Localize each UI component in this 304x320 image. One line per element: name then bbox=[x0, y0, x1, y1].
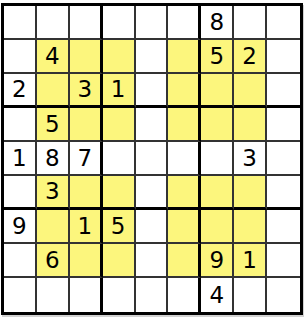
cell-r9c5[interactable] bbox=[136, 278, 169, 312]
cell-r9c9[interactable] bbox=[267, 278, 300, 312]
cell-r6c3[interactable] bbox=[70, 176, 103, 210]
cell-r4c2[interactable]: 5 bbox=[37, 108, 70, 142]
sudoku-board: 84522315187339156914 bbox=[1, 3, 303, 315]
cell-r7c6[interactable] bbox=[168, 210, 201, 244]
cell-r7c3[interactable]: 1 bbox=[70, 210, 103, 244]
cell-r1c4[interactable] bbox=[103, 6, 136, 40]
cell-r5c6[interactable] bbox=[168, 142, 201, 176]
cell-r5c5[interactable] bbox=[136, 142, 169, 176]
cell-r4c4[interactable] bbox=[103, 108, 136, 142]
cell-r5c2[interactable]: 8 bbox=[37, 142, 70, 176]
cell-r6c5[interactable] bbox=[136, 176, 169, 210]
cell-r1c3[interactable] bbox=[70, 6, 103, 40]
cell-r3c8[interactable] bbox=[234, 74, 267, 108]
cell-r5c1[interactable]: 1 bbox=[4, 142, 37, 176]
cell-r4c6[interactable] bbox=[168, 108, 201, 142]
cell-r2c6[interactable] bbox=[168, 40, 201, 74]
cell-r3c9[interactable] bbox=[267, 74, 300, 108]
cell-r6c1[interactable] bbox=[4, 176, 37, 210]
cell-r1c5[interactable] bbox=[136, 6, 169, 40]
cell-r1c7[interactable]: 8 bbox=[201, 6, 234, 40]
cell-r2c4[interactable] bbox=[103, 40, 136, 74]
cell-r7c1[interactable]: 9 bbox=[4, 210, 37, 244]
cell-r9c2[interactable] bbox=[37, 278, 70, 312]
cell-r4c1[interactable] bbox=[4, 108, 37, 142]
cell-r3c2[interactable] bbox=[37, 74, 70, 108]
cell-r8c6[interactable] bbox=[168, 244, 201, 278]
cell-r7c9[interactable] bbox=[267, 210, 300, 244]
cell-r9c1[interactable] bbox=[4, 278, 37, 312]
cell-r8c8[interactable]: 1 bbox=[234, 244, 267, 278]
cell-r2c7[interactable]: 5 bbox=[201, 40, 234, 74]
cell-r5c8[interactable]: 3 bbox=[234, 142, 267, 176]
cell-r3c7[interactable] bbox=[201, 74, 234, 108]
cell-r9c6[interactable] bbox=[168, 278, 201, 312]
cell-r2c8[interactable]: 2 bbox=[234, 40, 267, 74]
cell-r6c9[interactable] bbox=[267, 176, 300, 210]
cell-r8c5[interactable] bbox=[136, 244, 169, 278]
cell-r3c1[interactable]: 2 bbox=[4, 74, 37, 108]
cell-r7c8[interactable] bbox=[234, 210, 267, 244]
cell-r4c8[interactable] bbox=[234, 108, 267, 142]
cell-r3c4[interactable]: 1 bbox=[103, 74, 136, 108]
cell-r4c7[interactable] bbox=[201, 108, 234, 142]
cell-r2c3[interactable] bbox=[70, 40, 103, 74]
cell-r7c5[interactable] bbox=[136, 210, 169, 244]
cell-r2c1[interactable] bbox=[4, 40, 37, 74]
cell-r2c5[interactable] bbox=[136, 40, 169, 74]
cell-r1c2[interactable] bbox=[37, 6, 70, 40]
cell-r6c8[interactable] bbox=[234, 176, 267, 210]
cell-r6c4[interactable] bbox=[103, 176, 136, 210]
sudoku-page: 84522315187339156914 bbox=[0, 0, 304, 320]
cell-r8c2[interactable]: 6 bbox=[37, 244, 70, 278]
cell-r9c8[interactable] bbox=[234, 278, 267, 312]
cell-r9c7[interactable]: 4 bbox=[201, 278, 234, 312]
cell-r4c5[interactable] bbox=[136, 108, 169, 142]
cell-r2c2[interactable]: 4 bbox=[37, 40, 70, 74]
cell-r5c3[interactable]: 7 bbox=[70, 142, 103, 176]
cell-r1c9[interactable] bbox=[267, 6, 300, 40]
cell-r5c7[interactable] bbox=[201, 142, 234, 176]
cell-r8c3[interactable] bbox=[70, 244, 103, 278]
cell-r3c6[interactable] bbox=[168, 74, 201, 108]
cell-r6c6[interactable] bbox=[168, 176, 201, 210]
cell-r8c4[interactable] bbox=[103, 244, 136, 278]
cell-r9c3[interactable] bbox=[70, 278, 103, 312]
cell-r1c1[interactable] bbox=[4, 6, 37, 40]
cell-r9c4[interactable] bbox=[103, 278, 136, 312]
cell-r7c4[interactable]: 5 bbox=[103, 210, 136, 244]
cell-r4c3[interactable] bbox=[70, 108, 103, 142]
cell-r6c2[interactable]: 3 bbox=[37, 176, 70, 210]
cell-r5c9[interactable] bbox=[267, 142, 300, 176]
cell-r8c1[interactable] bbox=[4, 244, 37, 278]
cell-r6c7[interactable] bbox=[201, 176, 234, 210]
cell-r8c7[interactable]: 9 bbox=[201, 244, 234, 278]
cell-r8c9[interactable] bbox=[267, 244, 300, 278]
cell-r3c5[interactable] bbox=[136, 74, 169, 108]
cell-r3c3[interactable]: 3 bbox=[70, 74, 103, 108]
cell-r5c4[interactable] bbox=[103, 142, 136, 176]
cell-r7c2[interactable] bbox=[37, 210, 70, 244]
cell-r7c7[interactable] bbox=[201, 210, 234, 244]
cell-r2c9[interactable] bbox=[267, 40, 300, 74]
cell-r1c6[interactable] bbox=[168, 6, 201, 40]
cell-r1c8[interactable] bbox=[234, 6, 267, 40]
cell-r4c9[interactable] bbox=[267, 108, 300, 142]
